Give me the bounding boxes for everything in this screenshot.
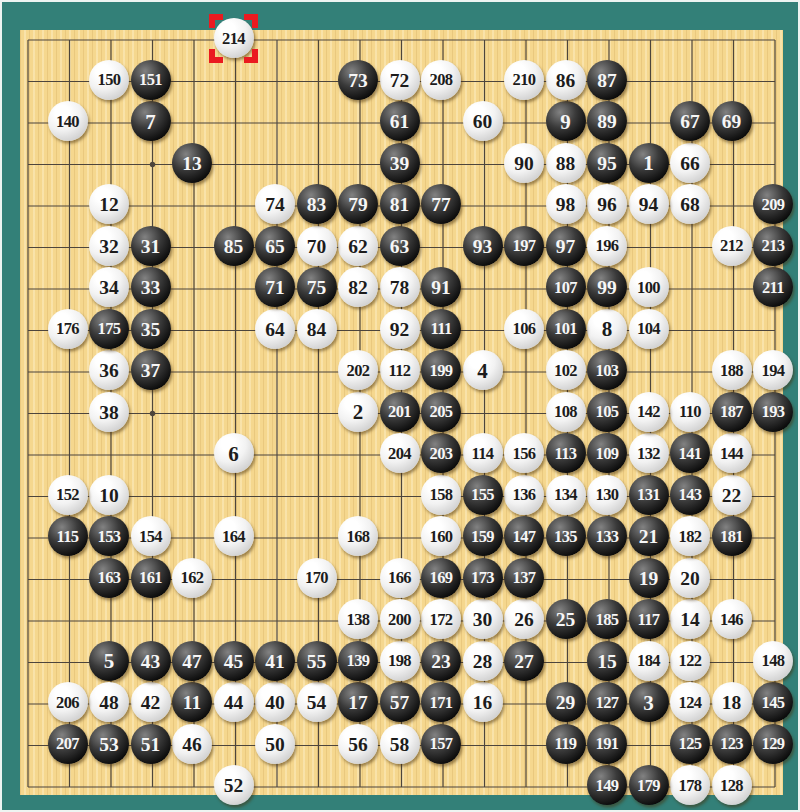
stone-black-137[interactable]: 137 (504, 558, 544, 598)
stone-white-36[interactable]: 36 (89, 350, 129, 390)
stone-black-51[interactable]: 51 (131, 724, 171, 764)
stone-white-184[interactable]: 184 (629, 641, 669, 681)
stone-black-205[interactable]: 205 (421, 392, 461, 432)
move-number: 44 (224, 693, 244, 713)
stone-black-117[interactable]: 117 (629, 599, 669, 639)
move-number: 158 (430, 487, 453, 504)
stone-black-69[interactable]: 69 (712, 101, 752, 141)
stone-black-67[interactable]: 67 (670, 101, 710, 141)
move-number: 156 (513, 445, 536, 462)
move-number: 70 (307, 236, 327, 256)
move-number: 87 (597, 70, 617, 90)
stone-black-101[interactable]: 101 (546, 309, 586, 349)
move-number: 205 (430, 404, 453, 421)
stone-black-139[interactable]: 139 (338, 641, 378, 681)
move-number: 210 (513, 72, 536, 89)
move-number: 31 (141, 236, 161, 256)
stone-black-73[interactable]: 73 (338, 60, 378, 100)
move-number: 74 (265, 195, 285, 215)
stone-white-50[interactable]: 50 (255, 724, 295, 764)
stone-black-21[interactable]: 21 (629, 516, 669, 556)
stone-white-82[interactable]: 82 (338, 267, 378, 307)
stone-black-1[interactable]: 1 (629, 143, 669, 183)
stone-black-171[interactable]: 171 (421, 682, 461, 722)
move-number: 51 (141, 734, 161, 754)
stone-black-29[interactable]: 29 (546, 682, 586, 722)
stone-black-3[interactable]: 3 (629, 682, 669, 722)
move-number: 123 (720, 736, 743, 753)
stone-black-47[interactable]: 47 (172, 641, 212, 681)
move-number: 58 (390, 734, 410, 754)
stone-black-9[interactable]: 9 (546, 101, 586, 141)
move-number: 93 (473, 236, 493, 256)
move-number: 175 (98, 321, 121, 338)
stone-black-53[interactable]: 53 (89, 724, 129, 764)
move-number: 57 (390, 693, 410, 713)
stone-black-107[interactable]: 107 (546, 267, 586, 307)
move-number: 171 (430, 694, 453, 711)
stone-white-154[interactable]: 154 (131, 516, 171, 556)
stone-black-135[interactable]: 135 (546, 516, 586, 556)
stone-black-179[interactable]: 179 (629, 765, 669, 805)
stone-black-71[interactable]: 71 (255, 267, 295, 307)
stone-white-58[interactable]: 58 (380, 724, 420, 764)
stone-black-213[interactable]: 213 (753, 226, 793, 266)
stone-white-210[interactable]: 210 (504, 60, 544, 100)
stone-black-99[interactable]: 99 (587, 267, 627, 307)
move-number: 206 (56, 694, 79, 711)
stone-black-33[interactable]: 33 (131, 267, 171, 307)
stone-white-18[interactable]: 18 (712, 682, 752, 722)
stone-white-12[interactable]: 12 (89, 184, 129, 224)
move-number: 172 (430, 611, 453, 628)
stone-white-30[interactable]: 30 (463, 599, 503, 639)
move-number: 47 (182, 651, 202, 671)
stone-white-54[interactable]: 54 (297, 682, 337, 722)
stone-white-6[interactable]: 6 (214, 433, 254, 473)
move-number: 113 (554, 445, 576, 462)
move-number: 84 (307, 319, 327, 339)
move-number: 97 (556, 236, 576, 256)
stone-black-187[interactable]: 187 (712, 392, 752, 432)
stone-black-37[interactable]: 37 (131, 350, 171, 390)
move-number: 114 (471, 445, 493, 462)
stone-white-10[interactable]: 10 (89, 475, 129, 515)
stone-black-193[interactable]: 193 (753, 392, 793, 432)
stone-black-211[interactable]: 211 (753, 267, 793, 307)
move-number: 90 (514, 153, 534, 173)
stone-black-159[interactable]: 159 (463, 516, 503, 556)
stone-black-75[interactable]: 75 (297, 267, 337, 307)
stone-black-149[interactable]: 149 (587, 765, 627, 805)
stone-black-123[interactable]: 123 (712, 724, 752, 764)
stone-black-161[interactable]: 161 (131, 558, 171, 598)
stone-white-46[interactable]: 46 (172, 724, 212, 764)
stone-black-7[interactable]: 7 (131, 101, 171, 141)
move-number: 105 (596, 404, 619, 421)
move-number: 18 (722, 693, 742, 713)
move-number: 198 (388, 653, 411, 670)
move-number: 110 (679, 404, 701, 421)
stone-black-61[interactable]: 61 (380, 101, 420, 141)
stone-black-13[interactable]: 13 (172, 143, 212, 183)
stone-black-157[interactable]: 157 (421, 724, 461, 764)
stone-white-70[interactable]: 70 (297, 226, 337, 266)
move-number: 148 (762, 653, 785, 670)
move-number: 166 (388, 570, 411, 587)
move-number: 99 (597, 278, 617, 298)
stone-white-146[interactable]: 146 (712, 599, 752, 639)
move-number: 185 (596, 611, 619, 628)
stone-black-113[interactable]: 113 (546, 433, 586, 473)
stone-black-141[interactable]: 141 (670, 433, 710, 473)
stone-white-38[interactable]: 38 (89, 392, 129, 432)
stone-black-5[interactable]: 5 (89, 641, 129, 681)
stone-white-66[interactable]: 66 (670, 143, 710, 183)
move-number: 63 (390, 236, 410, 256)
stone-white-138[interactable]: 138 (338, 599, 378, 639)
stone-black-129[interactable]: 129 (753, 724, 793, 764)
move-number: 54 (307, 693, 327, 713)
stone-white-198[interactable]: 198 (380, 641, 420, 681)
stone-black-63[interactable]: 63 (380, 226, 420, 266)
stone-white-212[interactable]: 212 (712, 226, 752, 266)
stone-white-162[interactable]: 162 (172, 558, 212, 598)
stone-white-64[interactable]: 64 (255, 309, 295, 349)
move-number: 11 (183, 693, 201, 713)
stone-black-173[interactable]: 173 (463, 558, 503, 598)
stone-black-203[interactable]: 203 (421, 433, 461, 473)
move-number: 106 (513, 321, 536, 338)
move-number: 179 (637, 777, 660, 794)
stone-white-26[interactable]: 26 (504, 599, 544, 639)
move-number: 17 (348, 693, 368, 713)
move-number: 8 (602, 319, 613, 340)
stone-white-72[interactable]: 72 (380, 60, 420, 100)
stone-black-11[interactable]: 11 (172, 682, 212, 722)
stone-white-48[interactable]: 48 (89, 682, 129, 722)
stone-white-44[interactable]: 44 (214, 682, 254, 722)
stone-black-25[interactable]: 25 (546, 599, 586, 639)
move-number: 112 (388, 362, 410, 379)
stone-black-43[interactable]: 43 (131, 641, 171, 681)
stone-white-208[interactable]: 208 (421, 60, 461, 100)
stone-black-131[interactable]: 131 (629, 475, 669, 515)
move-number: 191 (596, 736, 619, 753)
move-number: 7 (145, 111, 156, 132)
stone-white-196[interactable]: 196 (587, 226, 627, 266)
stone-white-2[interactable]: 2 (338, 392, 378, 432)
move-number: 45 (224, 651, 244, 671)
stone-black-65[interactable]: 65 (255, 226, 295, 266)
stone-white-34[interactable]: 34 (89, 267, 129, 307)
stone-black-45[interactable]: 45 (214, 641, 254, 681)
move-number: 89 (597, 112, 617, 132)
stone-white-124[interactable]: 124 (670, 682, 710, 722)
stone-white-62[interactable]: 62 (338, 226, 378, 266)
move-number: 91 (431, 278, 451, 298)
move-number: 33 (141, 278, 161, 298)
stone-black-111[interactable]: 111 (421, 309, 461, 349)
stone-white-140[interactable]: 140 (48, 101, 88, 141)
move-number: 199 (430, 362, 453, 379)
stone-white-88[interactable]: 88 (546, 143, 586, 183)
stone-black-145[interactable]: 145 (753, 682, 793, 722)
move-number: 15 (597, 651, 617, 671)
move-number: 173 (471, 570, 494, 587)
move-number: 96 (597, 195, 617, 215)
stone-black-57[interactable]: 57 (380, 682, 420, 722)
stone-white-160[interactable]: 160 (421, 516, 461, 556)
stone-black-197[interactable]: 197 (504, 226, 544, 266)
stone-black-89[interactable]: 89 (587, 101, 627, 141)
stone-white-74[interactable]: 74 (255, 184, 295, 224)
move-number: 182 (679, 528, 702, 545)
stone-black-87[interactable]: 87 (587, 60, 627, 100)
stone-black-209[interactable]: 209 (753, 184, 793, 224)
stone-white-170[interactable]: 170 (297, 558, 337, 598)
move-number: 67 (680, 112, 700, 132)
move-number: 157 (430, 736, 453, 753)
move-number: 207 (56, 736, 79, 753)
move-number: 19 (639, 568, 659, 588)
stone-white-164[interactable]: 164 (214, 516, 254, 556)
stone-white-16[interactable]: 16 (463, 682, 503, 722)
stone-white-182[interactable]: 182 (670, 516, 710, 556)
move-number: 78 (390, 278, 410, 298)
move-number: 211 (762, 279, 784, 296)
stone-black-91[interactable]: 91 (421, 267, 461, 307)
move-number: 141 (679, 445, 702, 462)
stone-white-128[interactable]: 128 (712, 765, 752, 805)
stone-black-95[interactable]: 95 (587, 143, 627, 183)
stone-white-78[interactable]: 78 (380, 267, 420, 307)
move-number: 66 (680, 153, 700, 173)
stone-black-199[interactable]: 199 (421, 350, 461, 390)
stone-white-100[interactable]: 100 (629, 267, 669, 307)
stone-black-201[interactable]: 201 (380, 392, 420, 432)
stone-white-134[interactable]: 134 (546, 475, 586, 515)
stone-black-175[interactable]: 175 (89, 309, 129, 349)
stone-white-122[interactable]: 122 (670, 641, 710, 681)
stone-white-98[interactable]: 98 (546, 184, 586, 224)
stone-black-79[interactable]: 79 (338, 184, 378, 224)
stone-black-207[interactable]: 207 (48, 724, 88, 764)
stone-black-15[interactable]: 15 (587, 641, 627, 681)
stone-white-178[interactable]: 178 (670, 765, 710, 805)
stone-black-185[interactable]: 185 (587, 599, 627, 639)
stone-black-119[interactable]: 119 (546, 724, 586, 764)
stone-white-114[interactable]: 114 (463, 433, 503, 473)
stone-black-93[interactable]: 93 (463, 226, 503, 266)
move-number: 68 (680, 195, 700, 215)
stone-white-148[interactable]: 148 (753, 641, 793, 681)
stone-white-214[interactable]: 214 (214, 18, 254, 58)
stone-white-152[interactable]: 152 (48, 475, 88, 515)
stone-black-105[interactable]: 105 (587, 392, 627, 432)
move-number: 79 (348, 195, 368, 215)
move-number: 72 (390, 70, 410, 90)
move-number: 65 (265, 236, 285, 256)
move-number: 142 (637, 404, 660, 421)
move-number: 201 (388, 404, 411, 421)
stone-white-204[interactable]: 204 (380, 433, 420, 473)
move-number: 40 (265, 693, 285, 713)
stone-black-85[interactable]: 85 (214, 226, 254, 266)
stone-white-200[interactable]: 200 (380, 599, 420, 639)
move-number: 62 (348, 236, 368, 256)
stone-black-55[interactable]: 55 (297, 641, 337, 681)
move-number: 176 (56, 321, 79, 338)
stone-white-32[interactable]: 32 (89, 226, 129, 266)
board-grid[interactable]: 1234567891011121314151617181920212223252… (5, 17, 794, 806)
stone-black-103[interactable]: 103 (587, 350, 627, 390)
stone-black-35[interactable]: 35 (131, 309, 171, 349)
stone-black-127[interactable]: 127 (587, 682, 627, 722)
stone-white-86[interactable]: 86 (546, 60, 586, 100)
move-number: 5 (104, 651, 115, 672)
stone-black-41[interactable]: 41 (255, 641, 295, 681)
move-number: 81 (390, 195, 410, 215)
stone-black-181[interactable]: 181 (712, 516, 752, 556)
move-number: 160 (430, 528, 453, 545)
stone-white-92[interactable]: 92 (380, 309, 420, 349)
move-number: 188 (720, 362, 743, 379)
stone-white-166[interactable]: 166 (380, 558, 420, 598)
stone-white-90[interactable]: 90 (504, 143, 544, 183)
move-number: 100 (637, 279, 660, 296)
stone-black-155[interactable]: 155 (463, 475, 503, 515)
move-number: 144 (720, 445, 743, 462)
stone-white-96[interactable]: 96 (587, 184, 627, 224)
stone-black-191[interactable]: 191 (587, 724, 627, 764)
move-number: 48 (99, 693, 119, 713)
stone-black-17[interactable]: 17 (338, 682, 378, 722)
move-number: 143 (679, 487, 702, 504)
stone-white-130[interactable]: 130 (587, 475, 627, 515)
stone-white-68[interactable]: 68 (670, 184, 710, 224)
move-number: 202 (347, 362, 370, 379)
stone-white-158[interactable]: 158 (421, 475, 461, 515)
move-number: 204 (388, 445, 411, 462)
move-number: 145 (762, 694, 785, 711)
move-number: 1 (643, 153, 654, 174)
stone-white-136[interactable]: 136 (504, 475, 544, 515)
move-number: 98 (556, 195, 576, 215)
stone-black-143[interactable]: 143 (670, 475, 710, 515)
stone-white-144[interactable]: 144 (712, 433, 752, 473)
move-number: 107 (554, 279, 577, 296)
move-number: 6 (228, 443, 239, 464)
stone-black-125[interactable]: 125 (670, 724, 710, 764)
stone-white-104[interactable]: 104 (629, 309, 669, 349)
stone-white-110[interactable]: 110 (670, 392, 710, 432)
stone-white-202[interactable]: 202 (338, 350, 378, 390)
stone-white-28[interactable]: 28 (463, 641, 503, 681)
stone-black-81[interactable]: 81 (380, 184, 420, 224)
move-number: 155 (471, 487, 494, 504)
move-number: 109 (596, 445, 619, 462)
move-number: 168 (347, 528, 370, 545)
stone-black-23[interactable]: 23 (421, 641, 461, 681)
stone-black-19[interactable]: 19 (629, 558, 669, 598)
stone-white-188[interactable]: 188 (712, 350, 752, 390)
move-number: 30 (473, 610, 493, 630)
move-number: 214 (222, 30, 245, 47)
move-number: 135 (554, 528, 577, 545)
stone-white-112[interactable]: 112 (380, 350, 420, 390)
move-number: 38 (99, 402, 119, 422)
stone-black-39[interactable]: 39 (380, 143, 420, 183)
stone-white-172[interactable]: 172 (421, 599, 461, 639)
stone-black-153[interactable]: 153 (89, 516, 129, 556)
stone-white-4[interactable]: 4 (463, 350, 503, 390)
stone-white-94[interactable]: 94 (629, 184, 669, 224)
move-number: 64 (265, 319, 285, 339)
stone-white-132[interactable]: 132 (629, 433, 669, 473)
move-number: 137 (513, 570, 536, 587)
stone-black-115[interactable]: 115 (48, 516, 88, 556)
stone-white-40[interactable]: 40 (255, 682, 295, 722)
move-number: 124 (679, 694, 702, 711)
stone-white-52[interactable]: 52 (214, 765, 254, 805)
stone-white-108[interactable]: 108 (546, 392, 586, 432)
stone-black-147[interactable]: 147 (504, 516, 544, 556)
stone-white-206[interactable]: 206 (48, 682, 88, 722)
stone-white-20[interactable]: 20 (670, 558, 710, 598)
stone-white-22[interactable]: 22 (712, 475, 752, 515)
move-number: 200 (388, 611, 411, 628)
stone-white-8[interactable]: 8 (587, 309, 627, 349)
move-number: 164 (222, 528, 245, 545)
stone-black-27[interactable]: 27 (504, 641, 544, 681)
move-number: 86 (556, 70, 576, 90)
stone-white-42[interactable]: 42 (131, 682, 171, 722)
stone-black-169[interactable]: 169 (421, 558, 461, 598)
stone-black-163[interactable]: 163 (89, 558, 129, 598)
stone-white-176[interactable]: 176 (48, 309, 88, 349)
stone-black-77[interactable]: 77 (421, 184, 461, 224)
stone-white-106[interactable]: 106 (504, 309, 544, 349)
stone-black-83[interactable]: 83 (297, 184, 337, 224)
stone-white-14[interactable]: 14 (670, 599, 710, 639)
move-number: 69 (722, 112, 742, 132)
stone-white-84[interactable]: 84 (297, 309, 337, 349)
move-number: 169 (430, 570, 453, 587)
stone-white-168[interactable]: 168 (338, 516, 378, 556)
move-number: 139 (347, 653, 370, 670)
stone-black-109[interactable]: 109 (587, 433, 627, 473)
move-number: 9 (560, 111, 571, 132)
move-number: 35 (141, 319, 161, 339)
stone-white-56[interactable]: 56 (338, 724, 378, 764)
stone-white-142[interactable]: 142 (629, 392, 669, 432)
stone-white-194[interactable]: 194 (753, 350, 793, 390)
move-number: 20 (680, 568, 700, 588)
stone-white-150[interactable]: 150 (89, 60, 129, 100)
stone-black-31[interactable]: 31 (131, 226, 171, 266)
move-number: 208 (430, 72, 453, 89)
stone-black-97[interactable]: 97 (546, 226, 586, 266)
stone-black-151[interactable]: 151 (131, 60, 171, 100)
stone-black-133[interactable]: 133 (587, 516, 627, 556)
move-number: 140 (56, 113, 79, 130)
move-number: 101 (554, 321, 577, 338)
move-number: 111 (430, 321, 451, 338)
stone-white-156[interactable]: 156 (504, 433, 544, 473)
stone-white-60[interactable]: 60 (463, 101, 503, 141)
stone-white-102[interactable]: 102 (546, 350, 586, 390)
